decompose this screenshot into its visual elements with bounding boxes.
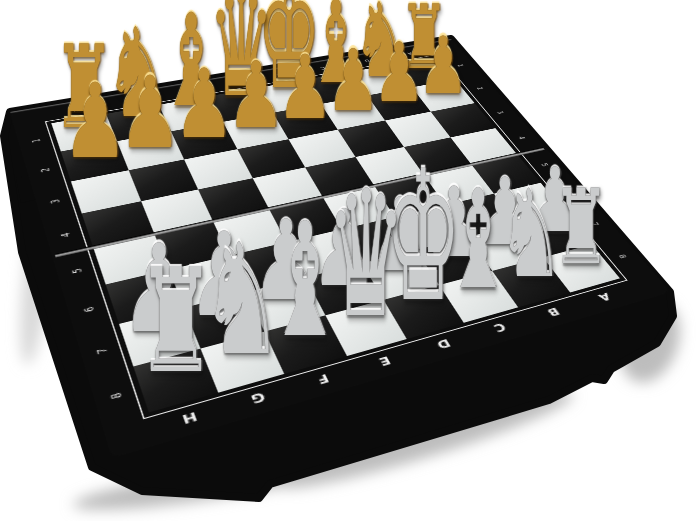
file-label-far: H [72,107,79,112]
file-label-near: G [249,390,267,405]
rank-label-left: 8 [110,391,125,400]
rank-label-right: 6 [564,191,574,196]
rank-label-left: 3 [50,198,62,204]
rank-label-left: 5 [71,267,84,274]
file-label-far: C [319,66,326,70]
file-label-far: F [177,90,183,94]
rank-label-right: 7 [589,222,599,227]
file-label-near: F [315,372,331,386]
rank-label-right: 3 [495,111,504,115]
file-label-near: B [545,306,561,318]
rank-label-right: 8 [617,254,627,260]
file-label-far: E [226,82,232,86]
rank-label-right: 4 [517,136,526,140]
file-label-near: D [435,337,453,350]
rank-label-right: 2 [475,87,484,91]
rank-label-right: 1 [455,64,464,67]
file-label-far: B [364,58,370,62]
file-label-far: G [125,98,132,103]
file-label-near: C [492,321,508,333]
file-label-far: A [406,51,412,55]
file-label-near: E [377,354,393,367]
rank-label-left: 2 [40,167,52,172]
rank-label-right: 5 [539,163,549,167]
rank-label-left: 4 [60,232,73,238]
file-label-near: A [596,291,612,302]
rank-label-left: 6 [83,306,96,313]
file-label-near: H [180,410,198,426]
rank-label-left: 7 [96,347,110,355]
file-label-far: D [273,74,280,78]
rank-label-left: 1 [31,138,42,143]
product-photo-scene: HH11GG22FF33EE44DD55CC66BB77AA88 ♜♞♝♛♚♝♞… [0,0,700,521]
